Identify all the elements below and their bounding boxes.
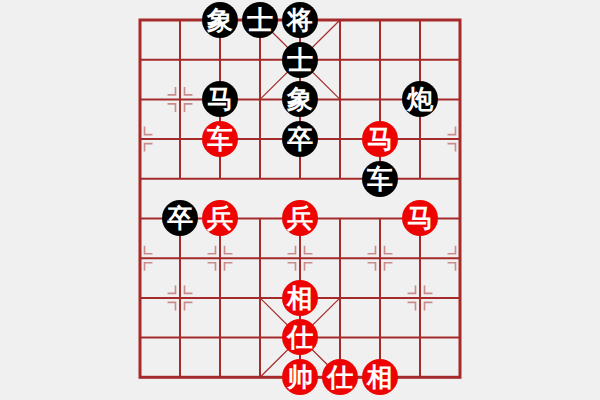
piece-black-elephant[interactable]: 象 — [200, 0, 240, 40]
black-soldier-glyph: 卒 — [162, 200, 198, 236]
piece-red-advisor[interactable]: 仕 — [280, 318, 320, 358]
piece-red-general[interactable]: 帅 — [280, 357, 320, 397]
red-advisor-glyph: 仕 — [282, 319, 318, 355]
xiangqi-screenshot: 象士将士马象炮车卒马车卒兵兵马相仕帅仕相 — [0, 0, 600, 400]
piece-black-chariot[interactable]: 车 — [360, 159, 400, 199]
red-elephant-glyph: 相 — [362, 359, 398, 395]
piece-red-horse[interactable]: 马 — [400, 199, 440, 239]
black-advisor-glyph: 士 — [282, 42, 318, 78]
black-general-glyph: 将 — [282, 2, 318, 38]
red-soldier-glyph: 兵 — [282, 200, 318, 236]
piece-red-elephant[interactable]: 相 — [280, 278, 320, 318]
black-elephant-glyph: 象 — [282, 81, 318, 117]
black-cannon-glyph: 炮 — [402, 81, 438, 117]
piece-black-soldier[interactable]: 卒 — [160, 199, 200, 239]
piece-black-advisor[interactable]: 士 — [240, 0, 280, 40]
black-chariot-glyph: 车 — [362, 161, 398, 197]
piece-red-horse[interactable]: 马 — [360, 119, 400, 159]
red-horse-glyph: 马 — [402, 200, 438, 236]
red-chariot-glyph: 车 — [202, 121, 238, 157]
piece-black-cannon[interactable]: 炮 — [400, 80, 440, 120]
piece-red-soldier[interactable]: 兵 — [200, 199, 240, 239]
piece-black-advisor[interactable]: 士 — [280, 40, 320, 80]
piece-black-general[interactable]: 将 — [280, 0, 320, 40]
piece-red-chariot[interactable]: 车 — [200, 119, 240, 159]
piece-black-elephant[interactable]: 象 — [280, 80, 320, 120]
black-advisor-glyph: 士 — [242, 2, 278, 38]
piece-layer: 象士将士马象炮车卒马车卒兵兵马相仕帅仕相 — [120, 0, 480, 397]
piece-black-soldier[interactable]: 卒 — [280, 119, 320, 159]
black-horse-glyph: 马 — [202, 81, 238, 117]
piece-black-horse[interactable]: 马 — [200, 80, 240, 120]
red-advisor-glyph: 仕 — [322, 359, 358, 395]
red-horse-glyph: 马 — [362, 121, 398, 157]
piece-red-elephant[interactable]: 相 — [360, 357, 400, 397]
black-elephant-glyph: 象 — [202, 2, 238, 38]
red-soldier-glyph: 兵 — [202, 200, 238, 236]
black-soldier-glyph: 卒 — [282, 121, 318, 157]
red-elephant-glyph: 相 — [282, 280, 318, 316]
piece-red-advisor[interactable]: 仕 — [320, 357, 360, 397]
piece-red-soldier[interactable]: 兵 — [280, 199, 320, 239]
red-general-glyph: 帅 — [282, 359, 318, 395]
